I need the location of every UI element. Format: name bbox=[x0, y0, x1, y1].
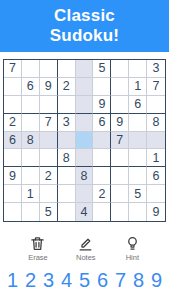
cell-r3c7[interactable] bbox=[111, 96, 129, 114]
cell-r2c5[interactable] bbox=[76, 78, 94, 96]
notes-button[interactable]: Notes bbox=[76, 235, 96, 262]
cell-r6c7[interactable] bbox=[111, 149, 129, 167]
cell-r7c4[interactable] bbox=[58, 167, 76, 185]
cell-r7c7[interactable] bbox=[111, 167, 129, 185]
cell-r2c2[interactable]: 6 bbox=[22, 78, 40, 96]
cell-r2c8[interactable]: 1 bbox=[129, 78, 147, 96]
cell-r1c6[interactable]: 5 bbox=[93, 60, 111, 78]
sudoku-board: 7536921796273698687819286125549 bbox=[3, 59, 166, 222]
cell-r9c9[interactable]: 9 bbox=[147, 203, 165, 221]
cell-r9c2[interactable] bbox=[22, 203, 40, 221]
cell-r8c4[interactable] bbox=[58, 185, 76, 203]
lightbulb-icon bbox=[124, 235, 141, 252]
cell-r4c9[interactable]: 8 bbox=[147, 114, 165, 132]
cell-r8c2[interactable]: 1 bbox=[22, 185, 40, 203]
cell-r9c5[interactable]: 4 bbox=[76, 203, 94, 221]
cell-r5c4[interactable] bbox=[58, 132, 76, 150]
cell-r3c6[interactable]: 9 bbox=[93, 96, 111, 114]
cell-r3c4[interactable] bbox=[58, 96, 76, 114]
cell-r5c8[interactable] bbox=[129, 132, 147, 150]
trash-icon bbox=[29, 235, 46, 252]
numpad-5[interactable]: 5 bbox=[79, 269, 90, 292]
cell-r6c9[interactable]: 1 bbox=[147, 149, 165, 167]
cell-r4c6[interactable]: 6 bbox=[93, 114, 111, 132]
cell-r6c1[interactable] bbox=[4, 149, 22, 167]
cell-r4c2[interactable] bbox=[22, 114, 40, 132]
cell-r4c7[interactable]: 9 bbox=[111, 114, 129, 132]
numpad-9[interactable]: 9 bbox=[151, 269, 162, 292]
numpad-4[interactable]: 4 bbox=[61, 269, 72, 292]
cell-r3c1[interactable] bbox=[4, 96, 22, 114]
cell-r5c5[interactable] bbox=[76, 132, 94, 150]
toolbar: Erase Notes Hint bbox=[0, 235, 169, 262]
cell-r7c5[interactable]: 8 bbox=[76, 167, 94, 185]
cell-r9c8[interactable] bbox=[129, 203, 147, 221]
cell-r9c4[interactable] bbox=[58, 203, 76, 221]
cell-r6c5[interactable] bbox=[76, 149, 94, 167]
cell-r1c5[interactable] bbox=[76, 60, 94, 78]
erase-button[interactable]: Erase bbox=[28, 235, 48, 262]
numpad-2[interactable]: 2 bbox=[25, 269, 36, 292]
cell-r3c3[interactable] bbox=[40, 96, 58, 114]
cell-r2c4[interactable]: 2 bbox=[58, 78, 76, 96]
cell-r8c9[interactable] bbox=[147, 185, 165, 203]
cell-r4c5[interactable] bbox=[76, 114, 94, 132]
erase-label: Erase bbox=[28, 253, 48, 262]
cell-r2c3[interactable]: 9 bbox=[40, 78, 58, 96]
cell-r4c8[interactable] bbox=[129, 114, 147, 132]
cell-r8c3[interactable] bbox=[40, 185, 58, 203]
cell-r1c4[interactable] bbox=[58, 60, 76, 78]
numpad-8[interactable]: 8 bbox=[133, 269, 144, 292]
title-line-2: Sudoku! bbox=[50, 26, 119, 46]
cell-r4c1[interactable]: 2 bbox=[4, 114, 22, 132]
numpad-3[interactable]: 3 bbox=[43, 269, 54, 292]
cell-r7c9[interactable]: 6 bbox=[147, 167, 165, 185]
notes-label: Notes bbox=[76, 253, 96, 262]
cell-r7c2[interactable] bbox=[22, 167, 40, 185]
cell-r5c3[interactable] bbox=[40, 132, 58, 150]
cell-r4c4[interactable]: 3 bbox=[58, 114, 76, 132]
cell-r7c8[interactable] bbox=[129, 167, 147, 185]
cell-r8c8[interactable]: 5 bbox=[129, 185, 147, 203]
cell-r6c2[interactable] bbox=[22, 149, 40, 167]
cell-r1c3[interactable] bbox=[40, 60, 58, 78]
cell-r2c6[interactable] bbox=[93, 78, 111, 96]
pencil-icon bbox=[77, 235, 94, 252]
cell-r9c6[interactable] bbox=[93, 203, 111, 221]
cell-r9c1[interactable] bbox=[4, 203, 22, 221]
cell-r7c3[interactable]: 2 bbox=[40, 167, 58, 185]
hint-button[interactable]: Hint bbox=[124, 235, 141, 262]
cell-r3c2[interactable] bbox=[22, 96, 40, 114]
cell-r1c7[interactable] bbox=[111, 60, 129, 78]
cell-r5c6[interactable] bbox=[93, 132, 111, 150]
cell-r7c1[interactable]: 9 bbox=[4, 167, 22, 185]
cell-r3c5[interactable] bbox=[76, 96, 94, 114]
hint-label: Hint bbox=[126, 253, 139, 262]
cell-r3c8[interactable]: 6 bbox=[129, 96, 147, 114]
number-pad: 123456789 bbox=[0, 269, 169, 292]
cell-r5c7[interactable]: 7 bbox=[111, 132, 129, 150]
cell-r8c6[interactable]: 2 bbox=[93, 185, 111, 203]
cell-r9c7[interactable] bbox=[111, 203, 129, 221]
title-line-1: Classic bbox=[54, 6, 115, 26]
sudoku-app: Classic Sudoku! 753692179627369868781928… bbox=[0, 0, 169, 300]
cell-r4c3[interactable]: 7 bbox=[40, 114, 58, 132]
cell-r5c1[interactable]: 6 bbox=[4, 132, 22, 150]
cell-r8c1[interactable] bbox=[4, 185, 22, 203]
numpad-1[interactable]: 1 bbox=[7, 269, 18, 292]
cell-r1c2[interactable] bbox=[22, 60, 40, 78]
cell-r6c4[interactable]: 8 bbox=[58, 149, 76, 167]
cell-r1c9[interactable]: 3 bbox=[147, 60, 165, 78]
cell-r7c6[interactable] bbox=[93, 167, 111, 185]
cell-r9c3[interactable]: 5 bbox=[40, 203, 58, 221]
cell-r8c7[interactable] bbox=[111, 185, 129, 203]
numpad-7[interactable]: 7 bbox=[115, 269, 126, 292]
cell-r6c6[interactable] bbox=[93, 149, 111, 167]
cell-r2c7[interactable] bbox=[111, 78, 129, 96]
cell-r2c1[interactable] bbox=[4, 78, 22, 96]
cell-r5c2[interactable]: 8 bbox=[22, 132, 40, 150]
cell-r5c9[interactable] bbox=[147, 132, 165, 150]
cell-r6c3[interactable] bbox=[40, 149, 58, 167]
cell-r1c1[interactable]: 7 bbox=[4, 60, 22, 78]
cell-r8c5[interactable] bbox=[76, 185, 94, 203]
numpad-6[interactable]: 6 bbox=[97, 269, 108, 292]
cell-r1c8[interactable] bbox=[129, 60, 147, 78]
app-header: Classic Sudoku! bbox=[0, 0, 169, 52]
cell-r2c9[interactable]: 7 bbox=[147, 78, 165, 96]
cell-r3c9[interactable] bbox=[147, 96, 165, 114]
cell-r6c8[interactable] bbox=[129, 149, 147, 167]
